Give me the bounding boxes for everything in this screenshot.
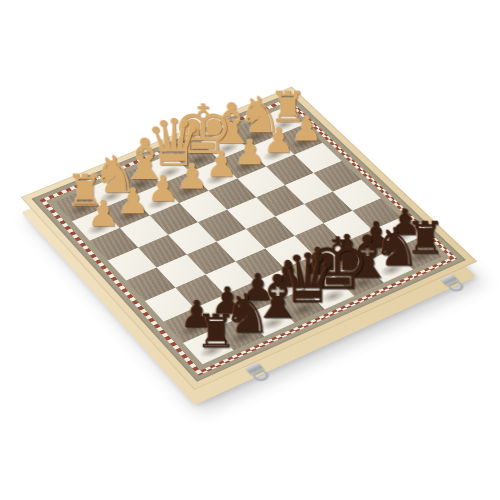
piece-shadow <box>287 300 319 320</box>
square-e5 <box>227 197 275 229</box>
piece-shadow <box>356 240 388 259</box>
square-d1: ♛ <box>275 289 325 323</box>
piece-shadow <box>257 313 289 333</box>
border-band-inner: ♜♞♝♛♚♝♞♜♟♟♟♟♟♟♟♟♟♟♟♟♟♟♟♟♜♞♝♛♚♝♞♜ <box>46 102 450 370</box>
piece-shadow <box>376 260 408 279</box>
piece-shadow <box>237 292 269 312</box>
piece-shadow <box>347 273 379 293</box>
piece-shadow <box>207 306 239 326</box>
piece-shadow <box>226 327 259 347</box>
playing-grid: ♜♞♝♛♚♝♞♜♟♟♟♟♟♟♟♟♟♟♟♟♟♟♟♟♜♞♝♛♚♝♞♜ <box>54 107 441 364</box>
checker-inlay-strip: ♜♞♝♛♚♝♞♜♟♟♟♟♟♟♟♟♟♟♟♟♟♟♟♟♜♞♝♛♚♝♞♜ <box>40 98 458 376</box>
piece-shadow <box>195 340 228 361</box>
piece-shadow <box>84 219 115 238</box>
piece-shadow <box>327 253 359 272</box>
piece-shadow <box>176 319 209 339</box>
border-band-outer: ♜♞♝♛♚♝♞♜♟♟♟♟♟♟♟♟♟♟♟♟♟♟♟♟♜♞♝♛♚♝♞♜ <box>31 93 465 382</box>
piece-shadow <box>297 266 329 285</box>
piece-shadow <box>405 247 437 266</box>
piece-shadow <box>317 286 349 306</box>
board-rim: ♜♞♝♛♚♝♞♜♟♟♟♟♟♟♟♟♟♟♟♟♟♟♟♟♜♞♝♛♚♝♞♜ <box>21 86 478 390</box>
square-h1: ♜ <box>392 237 441 270</box>
product-photo: ♜♞♝♛♚♝♞♜♟♟♟♟♟♟♟♟♟♟♟♟♟♟♟♟♜♞♝♛♚♝♞♜ <box>0 0 500 500</box>
chess-board: ♜♞♝♛♚♝♞♜♟♟♟♟♟♟♟♟♟♟♟♟♟♟♟♟♜♞♝♛♚♝♞♜ <box>21 86 478 390</box>
